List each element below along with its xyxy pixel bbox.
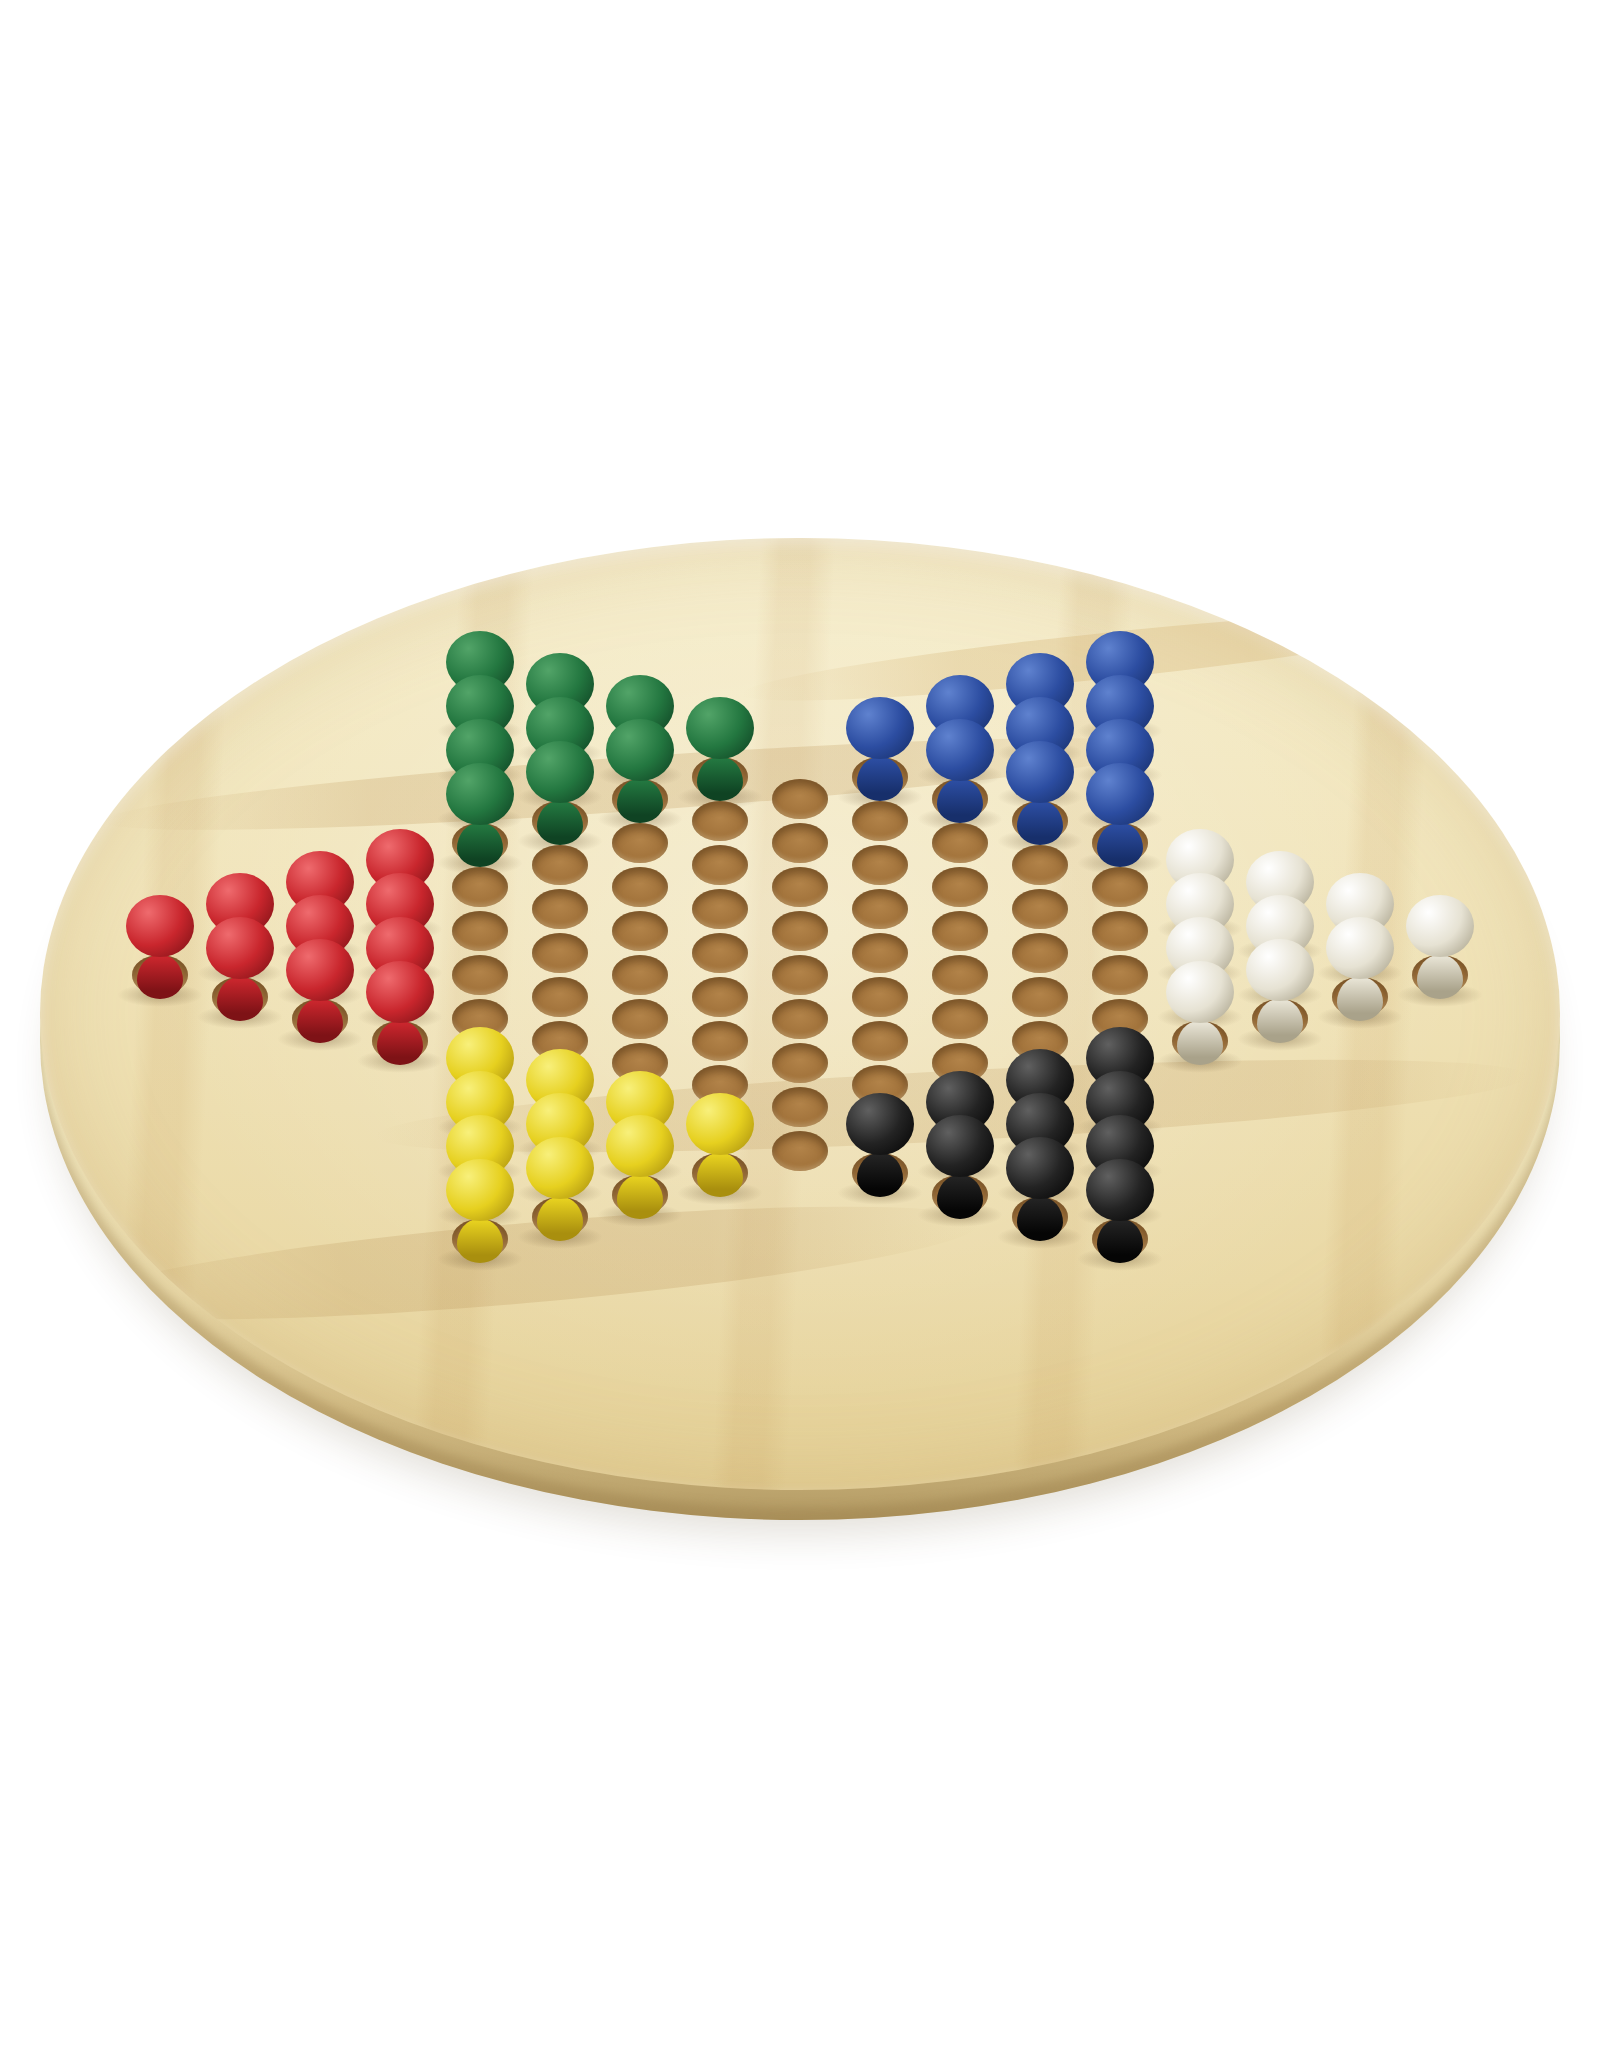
hole[interactable] — [852, 1021, 908, 1061]
hole[interactable] — [772, 779, 828, 819]
board-cell — [840, 1151, 920, 1195]
board-cell — [760, 953, 840, 997]
board-cell — [920, 865, 1000, 909]
peg-base — [1017, 1197, 1063, 1241]
board-cell — [440, 953, 520, 997]
board-cell — [920, 1173, 1000, 1217]
hole[interactable] — [772, 999, 828, 1039]
peg-ball — [606, 1115, 674, 1177]
peg-white[interactable] — [1325, 917, 1395, 1021]
board-cell — [1000, 887, 1080, 931]
board-cell — [760, 777, 840, 821]
peg-base — [137, 955, 183, 999]
board-cell — [1320, 975, 1400, 1019]
peg-green[interactable] — [445, 763, 515, 867]
peg-ball — [926, 1115, 994, 1177]
peg-base — [697, 757, 743, 801]
peg-base — [697, 1153, 743, 1197]
peg-yellow[interactable] — [685, 1093, 755, 1197]
peg-yellow[interactable] — [525, 1137, 595, 1241]
board-cell — [360, 1019, 440, 1063]
peg-ball — [1006, 1137, 1074, 1199]
peg-green[interactable] — [685, 697, 755, 801]
board-cell — [680, 843, 760, 887]
hole[interactable] — [692, 977, 748, 1017]
peg-ball — [366, 961, 434, 1023]
peg-red[interactable] — [365, 961, 435, 1065]
peg-base — [457, 1219, 503, 1263]
board-cell — [680, 755, 760, 799]
hole[interactable] — [1012, 889, 1068, 929]
board-cell — [680, 887, 760, 931]
peg-white[interactable] — [1405, 895, 1475, 999]
board-cell — [840, 931, 920, 975]
board-cell — [1000, 931, 1080, 975]
peg-base — [537, 1197, 583, 1241]
peg-black[interactable] — [1005, 1137, 1075, 1241]
peg-ball — [286, 939, 354, 1001]
board-cell — [600, 997, 680, 1041]
board-cell — [1000, 975, 1080, 1019]
hole[interactable] — [852, 845, 908, 885]
board-cell — [440, 1217, 520, 1261]
peg-blue[interactable] — [1005, 741, 1075, 845]
hole[interactable] — [692, 845, 748, 885]
board-cell — [1080, 953, 1160, 997]
board-cell — [600, 777, 680, 821]
board-cell — [1000, 799, 1080, 843]
board-cell — [840, 799, 920, 843]
hole[interactable] — [772, 1043, 828, 1083]
peg-red[interactable] — [285, 939, 355, 1043]
board-cell — [920, 953, 1000, 997]
peg-ball — [846, 1093, 914, 1155]
board-cell — [680, 799, 760, 843]
board-cell — [1400, 953, 1480, 997]
board-cell — [200, 975, 280, 1019]
peg-ball — [1006, 741, 1074, 803]
board-cell — [1080, 865, 1160, 909]
peg-base — [1257, 999, 1303, 1043]
board-cell — [1000, 1195, 1080, 1239]
hole[interactable] — [772, 867, 828, 907]
peg-base — [1177, 1021, 1223, 1065]
board-cell — [440, 821, 520, 865]
board-cell — [1240, 997, 1320, 1041]
peg-ball — [686, 1093, 754, 1155]
peg-blue[interactable] — [925, 719, 995, 823]
hole[interactable] — [692, 1021, 748, 1061]
peg-ball — [1166, 961, 1234, 1023]
board-cell — [760, 1085, 840, 1129]
hole[interactable] — [692, 801, 748, 841]
board-cell — [600, 953, 680, 997]
peg-yellow[interactable] — [445, 1159, 515, 1263]
peg-black[interactable] — [845, 1093, 915, 1197]
peg-ball — [846, 697, 914, 759]
hole-grid — [120, 689, 1480, 1261]
peg-ball — [1406, 895, 1474, 957]
peg-base — [617, 1175, 663, 1219]
peg-base — [377, 1021, 423, 1065]
board-cell — [920, 777, 1000, 821]
hole[interactable] — [1092, 911, 1148, 951]
board-cell — [520, 975, 600, 1019]
hole[interactable] — [932, 911, 988, 951]
peg-red[interactable] — [125, 895, 195, 999]
peg-ball — [1246, 939, 1314, 1001]
board-cell — [1000, 843, 1080, 887]
hole[interactable] — [772, 1087, 828, 1127]
board-cell — [440, 909, 520, 953]
board-cell — [120, 953, 200, 997]
hole[interactable] — [1012, 845, 1068, 885]
board-cell — [920, 997, 1000, 1041]
board-cell — [920, 821, 1000, 865]
hole[interactable] — [532, 933, 588, 973]
peg-ball — [446, 763, 514, 825]
photo-background — [0, 0, 1600, 2048]
board-cell — [1080, 821, 1160, 865]
peg-ball — [1326, 917, 1394, 979]
board-cell — [520, 843, 600, 887]
peg-black[interactable] — [1085, 1159, 1155, 1263]
hole[interactable] — [932, 867, 988, 907]
board-cell — [600, 821, 680, 865]
peg-base — [297, 999, 343, 1043]
peg-base — [217, 977, 263, 1021]
peg-green[interactable] — [605, 719, 675, 823]
board-cell — [760, 1041, 840, 1085]
peg-blue[interactable] — [1085, 763, 1155, 867]
hole[interactable] — [1012, 977, 1068, 1017]
board-cell — [680, 1151, 760, 1195]
peg-ball — [206, 917, 274, 979]
hole[interactable] — [532, 977, 588, 1017]
hole[interactable] — [452, 955, 508, 995]
hole[interactable] — [452, 867, 508, 907]
peg-base — [617, 779, 663, 823]
board-cell — [760, 865, 840, 909]
peg-base — [457, 823, 503, 867]
hole[interactable] — [772, 911, 828, 951]
board-cell — [760, 909, 840, 953]
peg-white[interactable] — [1165, 961, 1235, 1065]
hole[interactable] — [692, 889, 748, 929]
hole[interactable] — [852, 801, 908, 841]
peg-black[interactable] — [925, 1115, 995, 1219]
hole[interactable] — [1012, 933, 1068, 973]
board-cell — [1080, 1217, 1160, 1261]
peg-ball — [686, 697, 754, 759]
peg-ball — [446, 1159, 514, 1221]
board-cell — [840, 755, 920, 799]
peg-base — [1017, 801, 1063, 845]
hole[interactable] — [852, 933, 908, 973]
hole[interactable] — [932, 823, 988, 863]
peg-base — [537, 801, 583, 845]
hole[interactable] — [772, 823, 828, 863]
board-cell — [1160, 1019, 1240, 1063]
peg-ball — [126, 895, 194, 957]
hole[interactable] — [772, 955, 828, 995]
board-cell — [680, 931, 760, 975]
hole[interactable] — [612, 823, 668, 863]
peg-base — [857, 757, 903, 801]
peg-base — [1337, 977, 1383, 1021]
hole[interactable] — [612, 999, 668, 1039]
board-cell — [840, 1019, 920, 1063]
peg-ball — [526, 741, 594, 803]
board-cell — [520, 931, 600, 975]
board-cell — [840, 887, 920, 931]
hole[interactable] — [532, 889, 588, 929]
peg-white[interactable] — [1245, 939, 1315, 1043]
peg-ball — [1086, 1159, 1154, 1221]
board-cell — [760, 997, 840, 1041]
board-cell — [600, 865, 680, 909]
peg-base — [1417, 955, 1463, 999]
board-cell — [680, 1019, 760, 1063]
peg-ball — [926, 719, 994, 781]
peg-base — [1097, 823, 1143, 867]
hole[interactable] — [932, 999, 988, 1039]
peg-base — [937, 779, 983, 823]
peg-ball — [606, 719, 674, 781]
board-cell — [280, 997, 360, 1041]
peg-green[interactable] — [525, 741, 595, 845]
board-cell — [760, 821, 840, 865]
hole[interactable] — [452, 911, 508, 951]
hole[interactable] — [612, 911, 668, 951]
board-cell — [440, 865, 520, 909]
board-cell — [520, 887, 600, 931]
hole[interactable] — [532, 845, 588, 885]
peg-base — [937, 1175, 983, 1219]
board-cell — [1080, 909, 1160, 953]
board-cell — [920, 909, 1000, 953]
peg-ball — [526, 1137, 594, 1199]
hole[interactable] — [852, 977, 908, 1017]
hole[interactable] — [772, 1131, 828, 1171]
peg-ball — [1086, 763, 1154, 825]
hole[interactable] — [612, 867, 668, 907]
peg-base — [1097, 1219, 1143, 1263]
hole[interactable] — [932, 955, 988, 995]
peg-yellow[interactable] — [605, 1115, 675, 1219]
board-cell — [600, 1173, 680, 1217]
board-cell — [760, 1129, 840, 1173]
board-cell — [840, 975, 920, 1019]
hole[interactable] — [612, 955, 668, 995]
hole[interactable] — [1092, 867, 1148, 907]
peg-base — [857, 1153, 903, 1197]
board-cell — [600, 909, 680, 953]
board-cell — [680, 975, 760, 1019]
board-cell — [520, 799, 600, 843]
peg-blue[interactable] — [845, 697, 915, 801]
board-cell — [840, 843, 920, 887]
hole[interactable] — [852, 889, 908, 929]
board-cell — [520, 1195, 600, 1239]
peg-red[interactable] — [205, 917, 275, 1021]
hole[interactable] — [692, 933, 748, 973]
hole[interactable] — [1092, 955, 1148, 995]
